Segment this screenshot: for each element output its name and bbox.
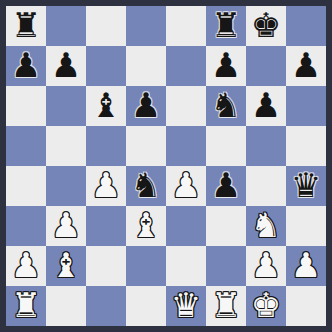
square-h3[interactable] [286,206,326,246]
square-d6[interactable]: ♟ [126,86,166,126]
square-b7[interactable]: ♟ [46,46,86,86]
square-e4[interactable]: ♟ [166,166,206,206]
square-e7[interactable] [166,46,206,86]
square-a1[interactable]: ♜ [6,286,46,326]
square-e2[interactable] [166,246,206,286]
piece-white-pawn: ♟ [11,245,41,285]
square-h5[interactable] [286,126,326,166]
piece-black-rook: ♜ [11,5,41,45]
piece-white-bishop: ♝ [51,245,81,285]
square-c6[interactable]: ♝ [86,86,126,126]
piece-black-queen: ♛ [291,165,321,205]
board-grid: ♜♜♚♟♟♟♟♝♟♞♟♟♞♟♟♛♟♝♞♟♝♟♟♜♛♜♚ [6,6,326,326]
piece-white-rook: ♜ [211,285,241,325]
piece-black-pawn: ♟ [11,45,41,85]
square-c1[interactable] [86,286,126,326]
square-c8[interactable] [86,6,126,46]
square-e8[interactable] [166,6,206,46]
square-f4[interactable]: ♟ [206,166,246,206]
square-f6[interactable]: ♞ [206,86,246,126]
piece-black-pawn: ♟ [251,85,281,125]
square-g6[interactable]: ♟ [246,86,286,126]
piece-white-pawn: ♟ [51,205,81,245]
square-g3[interactable]: ♞ [246,206,286,246]
square-f3[interactable] [206,206,246,246]
square-g2[interactable]: ♟ [246,246,286,286]
square-g7[interactable] [246,46,286,86]
piece-white-knight: ♞ [251,205,281,245]
square-c2[interactable] [86,246,126,286]
square-f8[interactable]: ♜ [206,6,246,46]
square-g8[interactable]: ♚ [246,6,286,46]
square-d7[interactable] [126,46,166,86]
square-d5[interactable] [126,126,166,166]
square-b3[interactable]: ♟ [46,206,86,246]
square-a5[interactable] [6,126,46,166]
chess-board: ♜♜♚♟♟♟♟♝♟♞♟♟♞♟♟♛♟♝♞♟♝♟♟♜♛♜♚ [0,0,332,332]
piece-black-pawn: ♟ [211,45,241,85]
square-a7[interactable]: ♟ [6,46,46,86]
square-a6[interactable] [6,86,46,126]
square-c3[interactable] [86,206,126,246]
square-a8[interactable]: ♜ [6,6,46,46]
square-h8[interactable] [286,6,326,46]
square-c7[interactable] [86,46,126,86]
square-e1[interactable]: ♛ [166,286,206,326]
square-g4[interactable] [246,166,286,206]
piece-black-knight: ♞ [131,165,161,205]
square-e3[interactable] [166,206,206,246]
square-b2[interactable]: ♝ [46,246,86,286]
piece-black-pawn: ♟ [211,165,241,205]
square-b8[interactable] [46,6,86,46]
piece-black-bishop: ♝ [91,85,121,125]
square-b4[interactable] [46,166,86,206]
square-d1[interactable] [126,286,166,326]
piece-white-pawn: ♟ [291,245,321,285]
square-c5[interactable] [86,126,126,166]
piece-white-pawn: ♟ [251,245,281,285]
square-a2[interactable]: ♟ [6,246,46,286]
piece-black-pawn: ♟ [131,85,161,125]
square-f7[interactable]: ♟ [206,46,246,86]
square-d4[interactable]: ♞ [126,166,166,206]
square-g1[interactable]: ♚ [246,286,286,326]
square-b6[interactable] [46,86,86,126]
square-f1[interactable]: ♜ [206,286,246,326]
square-h7[interactable]: ♟ [286,46,326,86]
piece-white-rook: ♜ [11,285,41,325]
square-c4[interactable]: ♟ [86,166,126,206]
square-h1[interactable] [286,286,326,326]
piece-black-pawn: ♟ [51,45,81,85]
piece-black-rook: ♜ [211,5,241,45]
piece-black-knight: ♞ [211,85,241,125]
piece-white-pawn: ♟ [91,165,121,205]
square-a4[interactable] [6,166,46,206]
square-h2[interactable]: ♟ [286,246,326,286]
square-h4[interactable]: ♛ [286,166,326,206]
piece-white-pawn: ♟ [171,165,201,205]
piece-white-bishop: ♝ [131,205,161,245]
square-h6[interactable] [286,86,326,126]
piece-white-king: ♚ [251,285,281,325]
square-f2[interactable] [206,246,246,286]
piece-white-queen: ♛ [171,285,201,325]
piece-black-king: ♚ [251,5,281,45]
square-e6[interactable] [166,86,206,126]
square-d2[interactable] [126,246,166,286]
square-a3[interactable] [6,206,46,246]
square-b1[interactable] [46,286,86,326]
square-d8[interactable] [126,6,166,46]
square-f5[interactable] [206,126,246,166]
square-e5[interactable] [166,126,206,166]
square-g5[interactable] [246,126,286,166]
square-b5[interactable] [46,126,86,166]
square-d3[interactable]: ♝ [126,206,166,246]
piece-black-pawn: ♟ [291,45,321,85]
